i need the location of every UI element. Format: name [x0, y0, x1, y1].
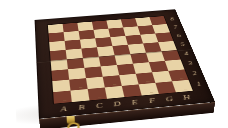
black-pawn-icon: ♟: [98, 25, 107, 37]
white-rook-icon: ♜: [57, 87, 69, 102]
white-bishop-icon: ♝: [143, 77, 157, 94]
white-king-icon: ♚: [124, 74, 141, 96]
black-pawn-icon: ♟: [52, 29, 61, 41]
chess-board: ABCDEFGH 87654321 ♜♞♝♛♚♝♞♜♟♟♟♟♟♟♟♟♟♟♟♟♟♟…: [35, 9, 216, 119]
white-rook-icon: ♜: [178, 76, 190, 91]
black-pawn-icon: ♟: [83, 27, 92, 39]
black-pawn-icon: ♟: [113, 24, 122, 36]
white-knight-icon: ♞: [160, 77, 173, 93]
black-pawn-icon: ♟: [67, 28, 76, 40]
white-bishop-icon: ♝: [91, 82, 105, 100]
black-pawn-icon: ♟: [143, 22, 152, 34]
white-knight-icon: ♞: [74, 84, 87, 101]
brass-ring-icon: [67, 122, 80, 128]
black-pawn-icon: ♟: [157, 21, 166, 33]
white-queen-icon: ♛: [107, 77, 123, 98]
black-pawn-icon: ♟: [128, 23, 137, 35]
scene: ABCDEFGH 87654321 ♜♞♝♛♚♝♞♜♟♟♟♟♟♟♟♟♟♟♟♟♟♟…: [0, 0, 228, 128]
chess-set-photo: ABCDEFGH 87654321 ♜♞♝♛♚♝♞♜♟♟♟♟♟♟♟♟♟♟♟♟♟♟…: [0, 0, 228, 128]
